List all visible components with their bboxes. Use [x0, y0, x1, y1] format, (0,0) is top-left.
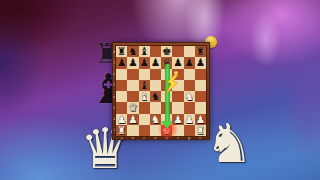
square-h5[interactable]	[195, 80, 206, 91]
square-c2[interactable]	[139, 114, 150, 125]
white-bishop-piece[interactable]: ♝	[139, 91, 150, 102]
square-g7[interactable]: ♟	[184, 57, 195, 68]
square-b2[interactable]: ♟	[127, 114, 138, 125]
square-a5[interactable]	[116, 80, 127, 91]
black-pawn-piece[interactable]: ♟	[116, 57, 127, 68]
square-a3[interactable]	[116, 102, 127, 113]
square-c4[interactable]: ♝	[139, 91, 150, 102]
black-pawn-piece[interactable]: ♟	[172, 57, 183, 68]
square-g4[interactable]: ♞	[184, 91, 195, 102]
white-rook-piece[interactable]: ♜	[195, 125, 206, 136]
square-a6[interactable]	[116, 69, 127, 80]
green-arrow-head	[161, 121, 173, 129]
square-g6[interactable]	[184, 69, 195, 80]
black-pawn-piece[interactable]: ♟	[184, 57, 195, 68]
white-knight-piece[interactable]: ♞	[184, 91, 195, 102]
square-d6[interactable]	[150, 69, 161, 80]
square-c1[interactable]	[139, 125, 150, 136]
square-c3[interactable]	[139, 102, 150, 113]
square-b3[interactable]: ♛	[127, 102, 138, 113]
white-queen-piece[interactable]: ♛	[127, 102, 138, 113]
square-b1[interactable]	[127, 125, 138, 136]
square-d7[interactable]: ♟	[150, 57, 161, 68]
spark-dot-icon	[174, 71, 178, 75]
decor-white-knight-icon: ♞	[205, 116, 253, 171]
square-f7[interactable]: ♟	[172, 57, 183, 68]
square-a1[interactable]: ♜	[116, 125, 127, 136]
square-d3[interactable]	[150, 102, 161, 113]
thumbnail-scene: ♜ ♝ ♛ ♞ 87654321 abcdefgh ♜♞♝♚♜♟♟♟♟♛♟♟♟♝…	[0, 0, 320, 180]
white-pawn-piece[interactable]: ♟	[127, 114, 138, 125]
square-b5[interactable]	[127, 80, 138, 91]
black-knight-piece[interactable]: ♞	[150, 91, 161, 102]
square-g3[interactable]	[184, 102, 195, 113]
square-b7[interactable]: ♟	[127, 57, 138, 68]
black-pawn-piece[interactable]: ♟	[195, 57, 206, 68]
black-pawn-piece[interactable]: ♟	[150, 57, 161, 68]
black-pawn-piece[interactable]: ♟	[127, 57, 138, 68]
square-h1[interactable]: ♜	[195, 125, 206, 136]
square-a7[interactable]: ♟	[116, 57, 127, 68]
square-h7[interactable]: ♟	[195, 57, 206, 68]
square-a4[interactable]	[116, 91, 127, 102]
square-h3[interactable]	[195, 102, 206, 113]
square-b6[interactable]	[127, 69, 138, 80]
square-c7[interactable]: ♟	[139, 57, 150, 68]
white-rook-piece[interactable]: ♜	[116, 125, 127, 136]
square-h4[interactable]	[195, 91, 206, 102]
square-d4[interactable]: ♞	[150, 91, 161, 102]
square-g2[interactable]: ♟	[184, 114, 195, 125]
square-g1[interactable]	[184, 125, 195, 136]
square-h6[interactable]	[195, 69, 206, 80]
white-pawn-piece[interactable]: ♟	[184, 114, 195, 125]
square-f3[interactable]	[172, 102, 183, 113]
black-pawn-piece[interactable]: ♟	[139, 57, 150, 68]
